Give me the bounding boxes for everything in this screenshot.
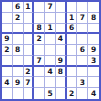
cell-r1c7[interactable] — [67, 2, 78, 13]
cell-r5c6[interactable] — [56, 45, 67, 56]
cell-r5c2[interactable]: 8 — [13, 45, 24, 56]
given-digit: 4 — [91, 90, 96, 98]
given-digit: 7 — [80, 14, 85, 22]
cell-r7c8[interactable] — [77, 67, 88, 78]
cell-r2c1[interactable] — [2, 13, 13, 24]
cell-r7c1[interactable] — [2, 67, 13, 78]
given-digit: 8 — [91, 14, 96, 22]
cell-r3c5[interactable]: 1 — [45, 24, 56, 35]
given-digit: 4 — [58, 35, 63, 43]
given-digit: 2 — [25, 68, 30, 76]
cell-r3c2[interactable] — [13, 24, 24, 35]
cell-r3c7[interactable]: 6 — [67, 24, 78, 35]
cell-r4c9[interactable] — [88, 34, 99, 45]
cell-r6c7[interactable] — [67, 56, 78, 67]
cell-r4c1[interactable]: 9 — [2, 34, 13, 45]
cell-r4c3[interactable] — [24, 34, 35, 45]
cell-r4c8[interactable] — [77, 34, 88, 45]
given-digit: 1 — [47, 24, 52, 32]
cell-r1c4[interactable] — [34, 2, 45, 13]
cell-r7c7[interactable] — [67, 67, 78, 78]
cell-r7c4[interactable] — [34, 67, 45, 78]
sudoku-board: 617217881692428697932484973524 — [0, 0, 101, 101]
given-digit: 1 — [69, 14, 74, 22]
cell-r7c5[interactable]: 4 — [45, 67, 56, 78]
given-digit: 4 — [47, 68, 52, 76]
given-digit: 2 — [15, 14, 20, 22]
cell-r2c4[interactable] — [34, 13, 45, 24]
cell-r8c3[interactable]: 7 — [24, 77, 35, 88]
cell-r7c2[interactable] — [13, 67, 24, 78]
cell-r5c1[interactable]: 2 — [2, 45, 13, 56]
cell-r6c3[interactable] — [24, 56, 35, 67]
given-digit: 3 — [80, 79, 85, 87]
cell-r5c9[interactable]: 9 — [88, 45, 99, 56]
cell-r9c3[interactable] — [24, 88, 35, 99]
cell-r3c9[interactable] — [88, 24, 99, 35]
cell-r2c7[interactable]: 1 — [67, 13, 78, 24]
cell-r9c6[interactable] — [56, 88, 67, 99]
cell-r3c6[interactable] — [56, 24, 67, 35]
given-digit: 1 — [25, 3, 30, 11]
given-digit: 9 — [91, 46, 96, 54]
cell-r8c1[interactable]: 4 — [2, 77, 13, 88]
cell-r9c8[interactable] — [77, 88, 88, 99]
cell-r8c4[interactable] — [34, 77, 45, 88]
cell-r3c1[interactable] — [2, 24, 13, 35]
cell-r6c5[interactable] — [45, 56, 56, 67]
given-digit: 4 — [4, 79, 9, 87]
cell-r2c2[interactable]: 2 — [13, 13, 24, 24]
given-digit: 9 — [15, 79, 20, 87]
cell-r1c1[interactable] — [2, 2, 13, 13]
given-digit: 6 — [69, 24, 74, 32]
cell-r1c9[interactable] — [88, 2, 99, 13]
cell-r7c3[interactable]: 2 — [24, 67, 35, 78]
given-digit: 5 — [47, 90, 52, 98]
cell-r6c8[interactable] — [77, 56, 88, 67]
given-digit: 9 — [4, 35, 9, 43]
cell-r6c9[interactable]: 3 — [88, 56, 99, 67]
cell-r4c5[interactable] — [45, 34, 56, 45]
cell-r1c8[interactable] — [77, 2, 88, 13]
cell-r2c3[interactable] — [24, 13, 35, 24]
cell-r8c5[interactable] — [45, 77, 56, 88]
cell-r5c5[interactable] — [45, 45, 56, 56]
cell-r3c8[interactable] — [77, 24, 88, 35]
cell-r4c4[interactable]: 2 — [34, 34, 45, 45]
given-digit: 6 — [15, 3, 20, 11]
given-digit: 9 — [58, 57, 63, 65]
cell-r9c5[interactable]: 5 — [45, 88, 56, 99]
cell-r8c7[interactable] — [67, 77, 78, 88]
cell-r2c9[interactable]: 8 — [88, 13, 99, 24]
cell-r7c6[interactable]: 8 — [56, 67, 67, 78]
cell-r2c6[interactable] — [56, 13, 67, 24]
given-digit: 2 — [69, 90, 74, 98]
cell-r6c6[interactable]: 9 — [56, 56, 67, 67]
cell-r9c4[interactable] — [34, 88, 45, 99]
given-digit: 6 — [80, 46, 85, 54]
cell-r5c3[interactable] — [24, 45, 35, 56]
cell-r8c6[interactable] — [56, 77, 67, 88]
cell-r2c5[interactable] — [45, 13, 56, 24]
cell-r5c4[interactable] — [34, 45, 45, 56]
cell-r4c6[interactable]: 4 — [56, 34, 67, 45]
cell-r9c1[interactable] — [2, 88, 13, 99]
given-digit: 3 — [91, 57, 96, 65]
cell-r4c7[interactable] — [67, 34, 78, 45]
cell-r1c5[interactable]: 7 — [45, 2, 56, 13]
cell-r6c4[interactable]: 7 — [34, 56, 45, 67]
given-digit: 7 — [47, 3, 52, 11]
given-digit: 8 — [58, 68, 63, 76]
cell-r7c9[interactable] — [88, 67, 99, 78]
cell-r6c2[interactable] — [13, 56, 24, 67]
cell-r8c8[interactable]: 3 — [77, 77, 88, 88]
cell-r9c9[interactable]: 4 — [88, 88, 99, 99]
given-digit: 2 — [4, 46, 9, 54]
given-digit: 8 — [15, 46, 20, 54]
given-digit: 8 — [37, 24, 42, 32]
cell-r8c9[interactable] — [88, 77, 99, 88]
cell-r9c7[interactable]: 2 — [67, 88, 78, 99]
cell-r5c8[interactable]: 6 — [77, 45, 88, 56]
cell-r3c4[interactable]: 8 — [34, 24, 45, 35]
cell-r8c2[interactable]: 9 — [13, 77, 24, 88]
cell-r3c3[interactable] — [24, 24, 35, 35]
cell-r6c1[interactable] — [2, 56, 13, 67]
given-digit: 7 — [37, 57, 42, 65]
given-digit: 7 — [25, 79, 30, 87]
cell-r9c2[interactable] — [13, 88, 24, 99]
cell-r1c6[interactable] — [56, 2, 67, 13]
cell-r4c2[interactable] — [13, 34, 24, 45]
cell-r1c3[interactable]: 1 — [24, 2, 35, 13]
given-digit: 2 — [37, 35, 42, 43]
cell-r5c7[interactable] — [67, 45, 78, 56]
cell-r1c2[interactable]: 6 — [13, 2, 24, 13]
cell-r2c8[interactable]: 7 — [77, 13, 88, 24]
